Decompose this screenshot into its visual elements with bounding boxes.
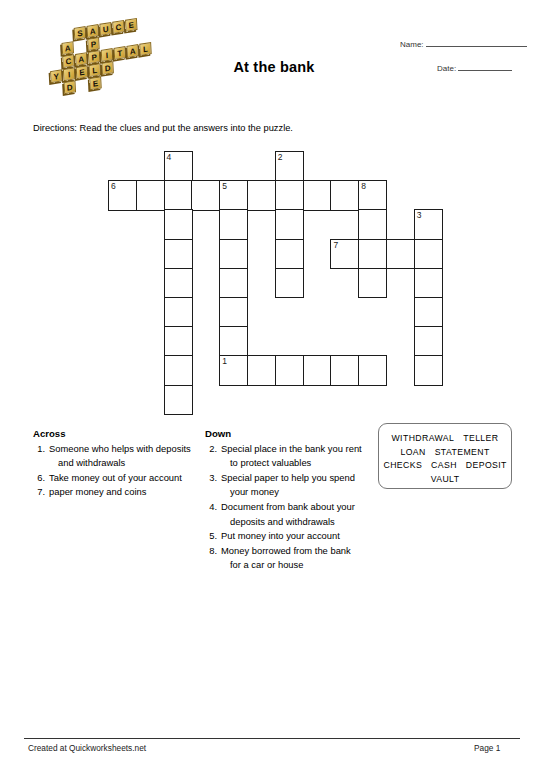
clue-item-text: Document from bank about your deposits a…	[221, 500, 355, 529]
crossword-cell[interactable]	[330, 180, 359, 211]
crossword-cell[interactable]	[219, 326, 248, 357]
crossword-cell[interactable]	[247, 180, 276, 211]
name-input-line[interactable]	[426, 38, 527, 47]
word-bank-word: DEPOSIT	[466, 460, 507, 470]
word-bank: WITHDRAWALTELLERLOANSTATEMENTCHECKSCASHD…	[378, 423, 512, 489]
crossword-cell[interactable]	[164, 268, 193, 299]
crossword-grid: 42658371	[108, 151, 444, 415]
footer-credit: Created at Quickworksheets.net	[28, 743, 146, 753]
crossword-cell[interactable]	[136, 180, 165, 211]
clue-item: 2.Special place in the bank you rent to …	[205, 442, 379, 471]
clue-number: 6	[111, 181, 116, 191]
crossword-logo: SAUCEAPCAPITALYIELDDE	[48, 16, 153, 96]
clue-item-number: 6.	[33, 471, 45, 486]
crossword-cell[interactable]	[164, 180, 193, 211]
clue-item-text: Special place in the bank you rent to pr…	[221, 442, 362, 471]
clue-number: 5	[222, 181, 227, 191]
clue-number: 4	[167, 152, 172, 162]
logo-tile: S	[74, 26, 86, 40]
clue-item-text: paper money and coins	[49, 485, 146, 500]
crossword-cell[interactable]	[275, 180, 304, 211]
crossword-cell[interactable]	[414, 326, 443, 357]
page-number: Page 1	[474, 743, 500, 753]
crossword-cell[interactable]: 7	[330, 239, 359, 270]
crossword-cell[interactable]	[358, 209, 387, 240]
clue-item: 7.paper money and coins	[33, 485, 203, 500]
crossword-cell[interactable]	[275, 268, 304, 299]
footer-divider	[24, 738, 520, 739]
clue-item-number: 3.	[205, 471, 217, 500]
word-bank-word: STATEMENT	[435, 447, 490, 457]
clue-number: 1	[222, 356, 227, 366]
clue-number: 2	[278, 152, 283, 162]
word-bank-word: CASH	[431, 460, 457, 470]
crossword-cell[interactable]: 5	[219, 180, 248, 211]
crossword-cell[interactable]: 8	[358, 180, 387, 211]
clue-item-number: 4.	[205, 500, 217, 529]
date-field: Date:	[437, 62, 512, 73]
crossword-cell[interactable]	[219, 209, 248, 240]
word-bank-line: WITHDRAWALTELLER	[379, 432, 511, 446]
across-section: Across 1.Someone who helps with deposits…	[33, 427, 203, 500]
logo-tile: P	[87, 37, 99, 51]
logo-tile: A	[126, 44, 138, 58]
clue-item-number: 5.	[205, 529, 217, 544]
name-label: Name:	[400, 40, 424, 49]
crossword-cell[interactable]: 2	[275, 151, 304, 182]
crossword-cell[interactable]	[358, 268, 387, 299]
word-bank-line: VAULT	[379, 473, 511, 487]
crossword-cell[interactable]	[358, 355, 387, 386]
crossword-cell[interactable]	[164, 297, 193, 328]
logo-tile: L	[139, 42, 151, 56]
word-bank-line: LOANSTATEMENT	[379, 446, 511, 460]
clue-item-text: Special paper to help you spend your mon…	[221, 471, 355, 500]
crossword-cell[interactable]: 6	[108, 180, 137, 211]
crossword-cell[interactable]	[414, 239, 443, 270]
date-input-line[interactable]	[458, 62, 512, 71]
crossword-cell[interactable]	[275, 239, 304, 270]
crossword-cell[interactable]	[164, 355, 193, 386]
clue-item-text: Put money into your account	[221, 529, 340, 544]
crossword-cell[interactable]	[386, 239, 415, 270]
crossword-cell[interactable]	[275, 209, 304, 240]
crossword-cell[interactable]	[219, 239, 248, 270]
logo-tile: T	[114, 46, 126, 60]
logo-tile: D	[64, 80, 76, 94]
clue-item: 8.Money borrowed from the bank for a car…	[205, 544, 379, 573]
crossword-cell[interactable]	[303, 355, 332, 386]
crossword-cell[interactable]	[219, 297, 248, 328]
crossword-cell[interactable]	[275, 355, 304, 386]
crossword-cell[interactable]	[164, 385, 193, 416]
clue-item-number: 2.	[205, 442, 217, 471]
crossword-cell[interactable]	[414, 355, 443, 386]
down-clues: 2.Special place in the bank you rent to …	[205, 442, 379, 573]
crossword-cell[interactable]: 4	[164, 151, 193, 182]
crossword-cell[interactable]	[414, 268, 443, 299]
clue-item-number: 7.	[33, 485, 45, 500]
word-bank-line: CHECKSCASHDEPOSIT	[379, 459, 511, 473]
clue-item: 1.Someone who helps with deposits and wi…	[33, 442, 203, 471]
name-field: Name:	[400, 38, 527, 49]
clue-item: 4.Document from bank about your deposits…	[205, 500, 379, 529]
crossword-cell[interactable]	[164, 326, 193, 357]
word-bank-word: LOAN	[400, 447, 425, 457]
worksheet-page: SAUCEAPCAPITALYIELDDE At the bank Name: …	[0, 0, 548, 776]
clue-item-number: 8.	[205, 544, 217, 573]
word-bank-word: WITHDRAWAL	[392, 433, 455, 443]
directions-text: Directions: Read the clues and put the a…	[33, 123, 293, 133]
crossword-cell[interactable]	[414, 297, 443, 328]
logo-tile: E	[89, 76, 101, 90]
crossword-cell[interactable]: 3	[414, 209, 443, 240]
logo-tile: A	[62, 41, 74, 55]
clue-item: 5.Put money into your account	[205, 529, 379, 544]
down-heading: Down	[205, 427, 379, 442]
crossword-cell[interactable]: 1	[219, 355, 248, 386]
across-clues: 1.Someone who helps with deposits and wi…	[33, 442, 203, 500]
word-bank-word: TELLER	[463, 433, 498, 443]
clue-number: 7	[333, 240, 338, 250]
crossword-cell[interactable]	[330, 355, 359, 386]
word-bank-word: VAULT	[431, 474, 460, 484]
clue-item-number: 1.	[33, 442, 45, 471]
clue-item: 3.Special paper to help you spend your m…	[205, 471, 379, 500]
logo-tile: C	[112, 20, 124, 34]
across-heading: Across	[33, 427, 203, 442]
clue-item-text: Take money out of your account	[49, 471, 182, 486]
crossword-cell[interactable]	[219, 268, 248, 299]
date-label: Date:	[437, 64, 456, 73]
word-bank-word: CHECKS	[384, 460, 423, 470]
clue-number: 8	[361, 181, 366, 191]
logo-tile: A	[87, 24, 99, 38]
clue-item-text: Money borrowed from the bank for a car o…	[221, 544, 351, 573]
crossword-cell[interactable]	[164, 239, 193, 270]
clue-item-text: Someone who helps with deposits and with…	[49, 442, 191, 471]
crossword-cell[interactable]	[358, 239, 387, 270]
clue-item: 6.Take money out of your account	[33, 471, 203, 486]
crossword-cell[interactable]	[247, 355, 276, 386]
crossword-cell[interactable]	[303, 180, 332, 211]
down-section: Down 2.Special place in the bank you ren…	[205, 427, 379, 573]
crossword-cell[interactable]	[191, 180, 220, 211]
logo-tile: U	[99, 22, 111, 36]
clue-number: 3	[417, 210, 422, 220]
crossword-cell[interactable]	[164, 209, 193, 240]
logo-tile: E	[125, 18, 137, 32]
